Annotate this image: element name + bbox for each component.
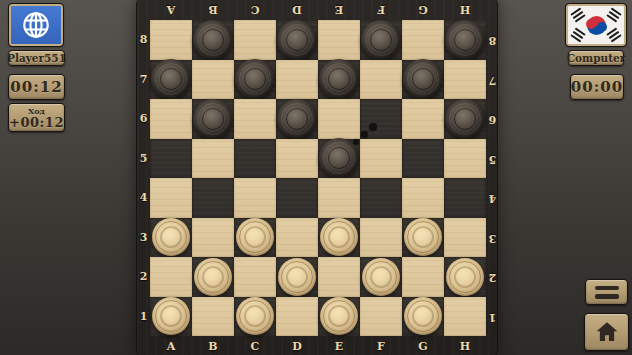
square-h4[interactable] [444, 178, 486, 218]
square-e1[interactable] [318, 297, 360, 337]
square-c2 [234, 257, 276, 297]
coordinate-label: 2 [137, 257, 150, 297]
taeguk-icon [587, 16, 606, 35]
trigram-icon [606, 7, 622, 22]
coordinate-label: H [444, 1, 486, 18]
coordinate-label: D [276, 338, 318, 355]
square-b2[interactable] [192, 257, 234, 297]
square-b8[interactable] [192, 20, 234, 60]
square-b4[interactable] [192, 178, 234, 218]
square-b1 [192, 297, 234, 337]
coordinate-label: 4 [486, 178, 499, 218]
file-labels-bottom: ABCDEFGH [150, 338, 486, 355]
square-g8 [402, 20, 444, 60]
white-man-e3[interactable] [320, 218, 358, 256]
square-b3 [192, 218, 234, 258]
square-e2 [318, 257, 360, 297]
coordinate-label: B [192, 1, 234, 18]
square-a8 [150, 20, 192, 60]
coordinate-label: 7 [137, 60, 150, 100]
square-e4 [318, 178, 360, 218]
opponent-clock: 00:00 [570, 74, 624, 100]
square-d6[interactable] [276, 99, 318, 139]
square-e7[interactable] [318, 60, 360, 100]
player-avatar [9, 4, 63, 46]
white-man-c1[interactable] [236, 297, 274, 335]
coordinate-label: C [234, 338, 276, 355]
square-b6[interactable] [192, 99, 234, 139]
coordinate-label: A [150, 1, 192, 18]
square-g4 [402, 178, 444, 218]
trigram-icon [570, 7, 586, 22]
square-b7 [192, 60, 234, 100]
square-h8[interactable] [444, 20, 486, 60]
white-man-e1[interactable] [320, 297, 358, 335]
square-h2[interactable] [444, 257, 486, 297]
square-h7 [444, 60, 486, 100]
square-f3 [360, 218, 402, 258]
white-man-f2[interactable] [362, 258, 400, 296]
coordinate-label: E [318, 338, 360, 355]
coordinate-label: H [444, 338, 486, 355]
square-f7 [360, 60, 402, 100]
square-b5 [192, 139, 234, 179]
black-man-a7[interactable] [151, 59, 191, 99]
white-man-g1[interactable] [404, 297, 442, 335]
square-g5[interactable] [402, 139, 444, 179]
square-f5 [360, 139, 402, 179]
square-h6[interactable] [444, 99, 486, 139]
black-man-c7[interactable] [235, 59, 275, 99]
square-c3[interactable] [234, 218, 276, 258]
square-c7[interactable] [234, 60, 276, 100]
trigram-icon [570, 27, 586, 42]
white-man-b2[interactable] [194, 258, 232, 296]
coordinate-label: F [360, 338, 402, 355]
black-man-e5[interactable] [319, 138, 359, 178]
coordinate-label: G [402, 1, 444, 18]
coordinate-label: 7 [486, 60, 499, 100]
square-c5[interactable] [234, 139, 276, 179]
square-d2[interactable] [276, 257, 318, 297]
menu-icon [595, 286, 619, 299]
square-d8[interactable] [276, 20, 318, 60]
square-c1[interactable] [234, 297, 276, 337]
black-man-g7[interactable] [403, 59, 443, 99]
trigram-icon [606, 27, 622, 42]
home-button[interactable] [584, 313, 629, 351]
square-h1 [444, 297, 486, 337]
square-c6 [234, 99, 276, 139]
black-man-h8[interactable] [445, 20, 485, 60]
white-man-a1[interactable] [152, 297, 190, 335]
rank-labels-left: 87654321 [137, 20, 150, 336]
coordinate-label: 5 [137, 139, 150, 179]
square-e6 [318, 99, 360, 139]
square-e3[interactable] [318, 218, 360, 258]
coordinate-label: G [402, 338, 444, 355]
coordinate-label: A [150, 338, 192, 355]
square-d7 [276, 60, 318, 100]
square-g2 [402, 257, 444, 297]
square-f4[interactable] [360, 178, 402, 218]
square-f8[interactable] [360, 20, 402, 60]
rank-labels-right: 87654321 [486, 20, 499, 336]
coordinate-label: 6 [137, 99, 150, 139]
square-f1 [360, 297, 402, 337]
coordinate-label: 5 [486, 139, 499, 179]
coordinate-label: 8 [486, 20, 499, 60]
coordinate-label: D [276, 1, 318, 18]
square-c4 [234, 178, 276, 218]
move-label: Ход [28, 107, 45, 115]
white-man-g3[interactable] [404, 218, 442, 256]
player-name-badge: Player551 [8, 50, 65, 66]
black-man-f8[interactable] [361, 20, 401, 60]
square-a1[interactable] [150, 297, 192, 337]
black-man-d6[interactable] [277, 99, 317, 139]
opponent-name-badge: Computer [568, 50, 624, 66]
square-g3[interactable] [402, 218, 444, 258]
coordinate-label: 4 [137, 178, 150, 218]
square-a4 [150, 178, 192, 218]
menu-button[interactable] [585, 279, 628, 305]
black-man-b6[interactable] [193, 99, 233, 139]
square-d4[interactable] [276, 178, 318, 218]
coordinate-label: 3 [137, 218, 150, 258]
square-h3 [444, 218, 486, 258]
move-trail-dot [369, 123, 377, 131]
white-man-h2[interactable] [446, 258, 484, 296]
black-man-h6[interactable] [445, 99, 485, 139]
square-d1 [276, 297, 318, 337]
coordinate-label: C [234, 1, 276, 18]
square-f2[interactable] [360, 257, 402, 297]
square-a3[interactable] [150, 218, 192, 258]
coordinate-label: 6 [486, 99, 499, 139]
square-a7[interactable] [150, 60, 192, 100]
square-h5 [444, 139, 486, 179]
coordinate-label: 2 [486, 257, 499, 297]
square-a5[interactable] [150, 139, 192, 179]
square-a2 [150, 257, 192, 297]
app-root: Player551 00:12 Ход +00:12 Computer 00:0… [0, 0, 632, 355]
player-clock: 00:12 [8, 74, 65, 100]
square-d5 [276, 139, 318, 179]
black-man-e7[interactable] [319, 59, 359, 99]
square-g1[interactable] [402, 297, 444, 337]
coordinate-label: F [360, 1, 402, 18]
square-a6 [150, 99, 192, 139]
white-man-a3[interactable] [152, 218, 190, 256]
square-c8 [234, 20, 276, 60]
coordinate-label: E [318, 1, 360, 18]
coordinate-label: 1 [486, 297, 499, 337]
board-grid [150, 20, 486, 336]
white-man-c3[interactable] [236, 218, 274, 256]
coordinate-label: 8 [137, 20, 150, 60]
square-g7[interactable] [402, 60, 444, 100]
square-e8 [318, 20, 360, 60]
coordinate-label: 3 [486, 218, 499, 258]
move-trail-dot [361, 131, 368, 138]
black-man-b8[interactable] [193, 20, 233, 60]
home-icon [594, 319, 620, 345]
checkers-board: ABCDEFGH ABCDEFGH 87654321 87654321 [136, 0, 498, 355]
globe-icon [18, 7, 54, 43]
white-man-d2[interactable] [278, 258, 316, 296]
square-g6 [402, 99, 444, 139]
square-d3 [276, 218, 318, 258]
black-man-d8[interactable] [277, 20, 317, 60]
opponent-flag-south-korea [566, 4, 626, 46]
coordinate-label: 1 [137, 297, 150, 337]
coordinate-label: B [192, 338, 234, 355]
move-clock: +00:12 [9, 116, 64, 129]
move-timer-badge: Ход +00:12 [8, 103, 65, 132]
file-labels-top: ABCDEFGH [150, 1, 486, 18]
